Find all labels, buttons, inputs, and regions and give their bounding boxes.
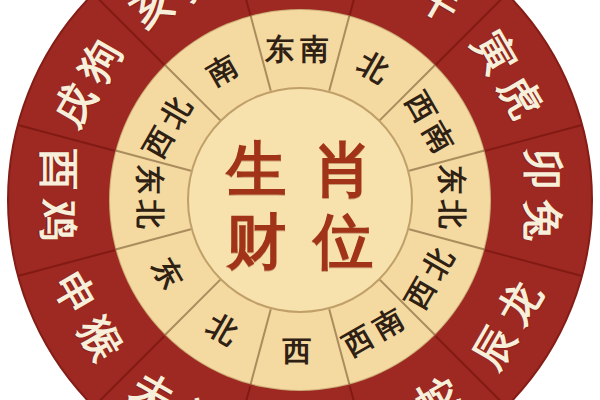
zodiac-label: 卯兔 [522, 149, 563, 251]
zodiac-wealth-wheel: 子鼠东南丑牛北寅虎西南卯兔东北辰龙西北巳蛇西南午马西未羊北申猴东酉鸡东北戌狗西北… [0, 0, 600, 400]
wheel-title-line2: 财位 [227, 212, 401, 272]
zodiac-label: 酉鸡 [38, 149, 79, 251]
direction-label: 东南 [265, 35, 335, 64]
wheel-title-line1: 生肖 [227, 140, 401, 200]
wheel-title: 生肖 财位 [227, 140, 374, 272]
direction-label: 东北 [437, 165, 466, 235]
direction-label: 西 [283, 337, 318, 366]
direction-label: 东北 [135, 165, 164, 235]
